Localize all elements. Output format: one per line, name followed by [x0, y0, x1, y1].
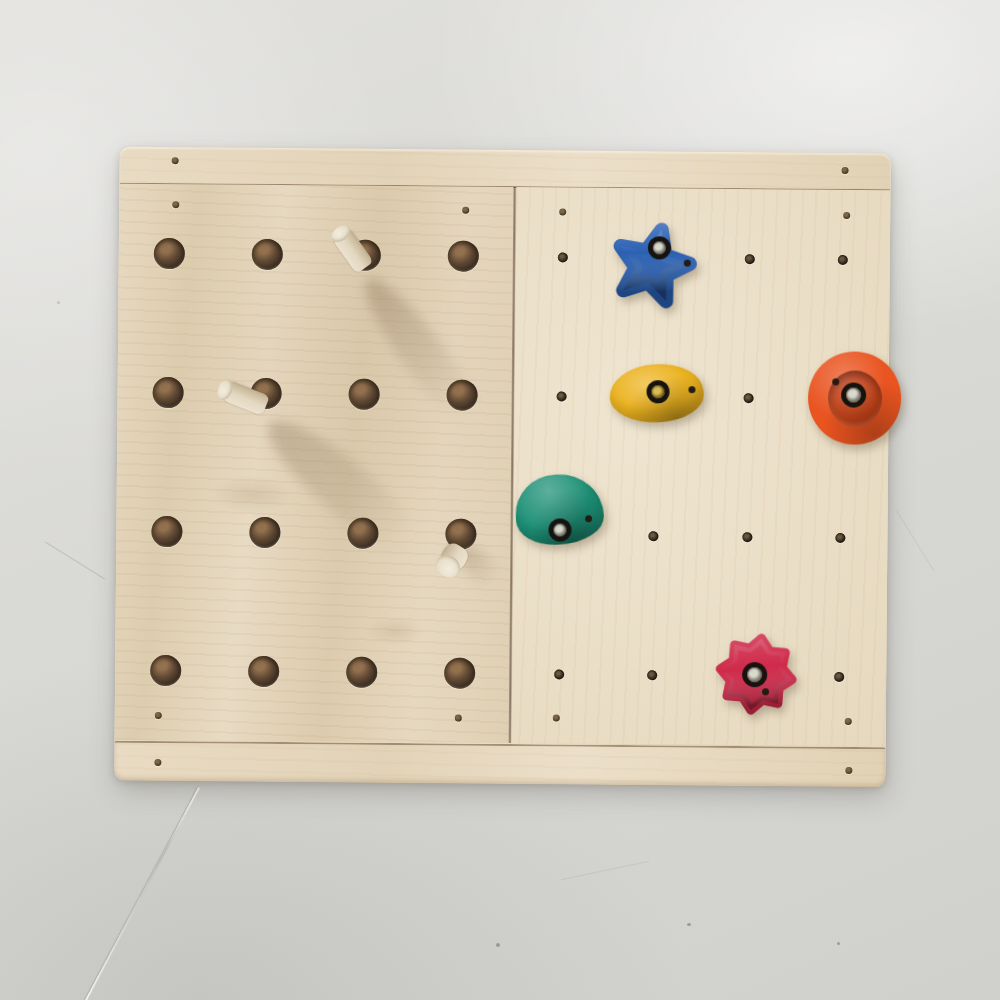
- bolt-hole: [647, 670, 657, 680]
- pegboard-cell-r4c3: [312, 602, 411, 742]
- yellow-oval-hold[interactable]: [608, 361, 705, 425]
- holds-cell-r1c1: [515, 187, 610, 327]
- holds-cell-r3c4: [793, 468, 888, 608]
- pegboard-cell-r3c4: [412, 464, 511, 604]
- pegboard-cell-r4c4: [410, 603, 509, 743]
- peg-hole[interactable]: [347, 518, 378, 549]
- peg-hole[interactable]: [150, 655, 181, 686]
- mounting-bolt: [552, 522, 566, 536]
- mounting-screw: [842, 167, 849, 174]
- red-flower-hold[interactable]: [708, 625, 805, 722]
- peg-hole[interactable]: [349, 379, 380, 410]
- peg-hole[interactable]: [152, 377, 183, 408]
- peg-hole[interactable]: [447, 380, 478, 411]
- pegboard-cell-r3c1: [117, 462, 216, 602]
- holds-cell-r3c3: [700, 467, 795, 607]
- mounting-bolt: [653, 241, 666, 254]
- mounting-screw: [845, 767, 852, 774]
- green-jug-hold[interactable]: [514, 472, 605, 546]
- orange-donut-hold[interactable]: [808, 351, 902, 445]
- pegboard-cell-r4c1: [116, 601, 215, 741]
- set-screw-hole: [832, 378, 839, 385]
- bolt-hole: [649, 531, 659, 541]
- peg-hole[interactable]: [249, 517, 280, 548]
- floor-speck: [57, 301, 60, 304]
- floor-speck: [837, 942, 840, 945]
- mounting-bolt: [651, 384, 665, 398]
- set-screw-hole: [762, 688, 769, 695]
- holds-cell-r2c2: [608, 327, 703, 467]
- peg-hole[interactable]: [346, 657, 377, 688]
- photo-scene: [0, 0, 1000, 1000]
- holds-cell-r1c4: [796, 190, 891, 330]
- bolt-hole: [838, 254, 848, 264]
- floor-scratch: [45, 542, 105, 580]
- pegboard-cell-r2c3: [315, 324, 414, 464]
- holds-cell-r4c4: [792, 607, 887, 747]
- peg-end-cap: [215, 377, 236, 402]
- floor-crack: [85, 787, 200, 1000]
- peg-hole[interactable]: [448, 241, 479, 272]
- holds-cell-r2c3: [701, 328, 796, 468]
- bolt-hole: [745, 254, 755, 264]
- blue-star-hold[interactable]: [606, 218, 701, 303]
- holds-grid: [512, 187, 891, 746]
- holds-cell-r3c2: [606, 466, 701, 606]
- set-screw-hole: [683, 260, 690, 267]
- pegboard-cell-r1c1: [119, 184, 218, 324]
- holds-cell-r2c1: [514, 326, 609, 466]
- peg-hole[interactable]: [153, 238, 184, 269]
- mounting-screw: [154, 759, 161, 766]
- peg-end-cap: [432, 550, 464, 581]
- floor-speck: [496, 943, 500, 947]
- bolt-hole: [836, 532, 846, 542]
- holds-cell-r3c1: [513, 465, 608, 605]
- mounting-screw: [172, 157, 179, 164]
- holds-cell-r4c3: [699, 606, 794, 746]
- climbing-pegboard-wall: [114, 147, 890, 786]
- set-screw-hole: [688, 385, 695, 392]
- pegboard-grid: [116, 184, 514, 743]
- bolt-hole: [742, 532, 752, 542]
- peg-hole[interactable]: [252, 239, 283, 270]
- bolt-hole: [834, 671, 844, 681]
- pegboard-cell-r3c2: [215, 463, 314, 603]
- peg-hole[interactable]: [248, 656, 279, 687]
- peg-end-cap: [328, 221, 353, 245]
- holds-cell-r1c3: [702, 189, 797, 329]
- floor-scratch: [896, 511, 934, 571]
- floor-speck: [687, 923, 691, 926]
- bolt-hole: [743, 393, 753, 403]
- pegboard-cell-r2c4: [413, 325, 512, 465]
- floor-scratch: [561, 861, 649, 881]
- pegboard-cell-r2c2: [216, 324, 315, 464]
- pegboard-cell-r3c3: [313, 463, 412, 603]
- bolt-hole: [558, 252, 568, 262]
- bottom-rail: [114, 741, 885, 788]
- pegboard-cell-r2c1: [118, 323, 217, 463]
- peg-hole[interactable]: [444, 658, 475, 689]
- pegboard-cell-r1c3: [316, 185, 415, 325]
- set-screw-hole: [584, 514, 591, 521]
- pegboard-cell-r1c2: [217, 185, 316, 325]
- holds-cell-r2c4: [794, 329, 889, 469]
- pegboard-cell-r1c4: [414, 186, 513, 326]
- bolt-hole: [556, 391, 566, 401]
- bolt-hole: [554, 669, 564, 679]
- mounting-bolt: [846, 387, 861, 402]
- holds-cell-r4c2: [605, 605, 700, 745]
- holds-cell-r4c1: [512, 604, 607, 744]
- pegboard-cell-r4c2: [214, 601, 313, 741]
- holds-cell-r1c2: [609, 188, 704, 328]
- mounting-bolt: [747, 667, 762, 682]
- peg-hole[interactable]: [151, 516, 182, 547]
